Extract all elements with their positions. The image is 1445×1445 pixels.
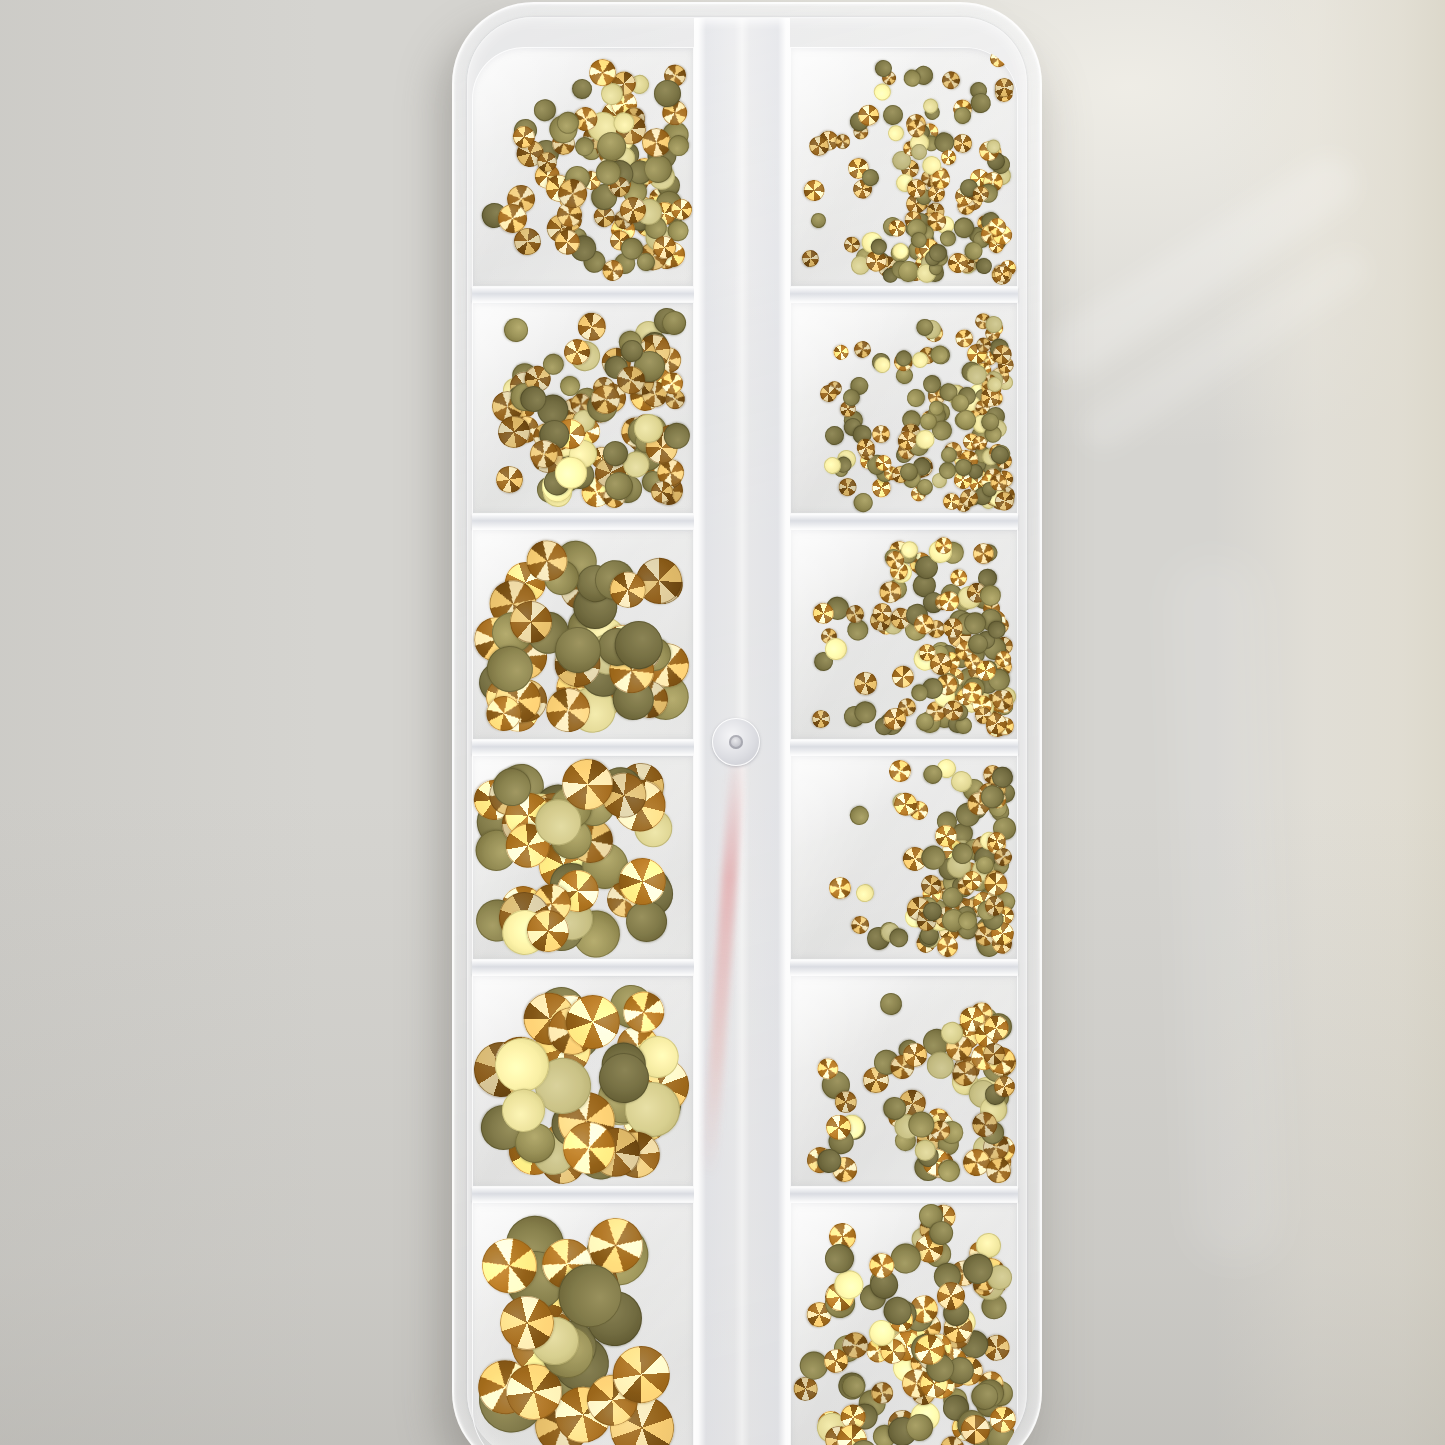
compartment-divider bbox=[472, 740, 694, 755]
rhinestone-case[interactable] bbox=[452, 2, 1042, 1445]
light-streak bbox=[1076, 243, 1375, 456]
rhinestone bbox=[905, 387, 926, 408]
rhinestone bbox=[854, 881, 876, 903]
compartment-right-1 bbox=[790, 47, 1018, 287]
rhinestone bbox=[887, 758, 913, 784]
rhinestone bbox=[911, 684, 929, 702]
rhinestone bbox=[943, 701, 963, 721]
center-screw bbox=[712, 718, 760, 766]
rhinestone bbox=[900, 463, 918, 481]
rhinestone bbox=[799, 246, 823, 270]
rhinestone bbox=[847, 804, 871, 828]
rhinestone bbox=[809, 210, 828, 229]
compartment-divider bbox=[790, 740, 1018, 755]
light-streak bbox=[1034, 146, 1365, 387]
rhinestone bbox=[939, 68, 962, 91]
rhinestone bbox=[802, 179, 825, 202]
rhinestone bbox=[878, 991, 904, 1017]
rhinestone bbox=[502, 316, 531, 345]
compartment-left-3 bbox=[472, 529, 694, 740]
compartment-divider bbox=[472, 960, 694, 975]
rhinestone bbox=[851, 916, 870, 935]
rhinestone bbox=[880, 102, 906, 128]
rhinestone bbox=[985, 896, 1005, 916]
compartment-left-4 bbox=[472, 755, 694, 960]
rhinestone bbox=[911, 352, 928, 369]
rhinestone bbox=[578, 312, 607, 341]
compartment-right-5 bbox=[790, 975, 1018, 1187]
compartment-left-5 bbox=[472, 975, 694, 1187]
rhinestone bbox=[876, 455, 892, 471]
compartment-right-6 bbox=[790, 1202, 1018, 1445]
rhinestone bbox=[819, 384, 837, 402]
rhinestone bbox=[850, 338, 874, 362]
compartment-left-2 bbox=[472, 302, 694, 514]
rhinestone bbox=[825, 872, 856, 903]
rhinestone bbox=[808, 706, 833, 731]
rhinestone bbox=[831, 342, 852, 363]
rhinestone bbox=[850, 669, 880, 699]
compartment-left-6 bbox=[472, 1202, 694, 1445]
rhinestone bbox=[493, 462, 527, 496]
compartment-divider bbox=[790, 514, 1018, 529]
reflection-streak bbox=[701, 748, 746, 1178]
compartment-divider bbox=[790, 287, 1018, 302]
rhinestone bbox=[920, 413, 937, 430]
compartment-divider bbox=[472, 1187, 694, 1202]
compartment-right-2 bbox=[790, 302, 1018, 514]
rhinestone bbox=[886, 123, 906, 143]
compartment-divider bbox=[790, 1187, 1018, 1202]
rhinestone bbox=[939, 590, 960, 611]
rhinestone bbox=[969, 539, 999, 569]
photo-stage bbox=[0, 0, 1445, 1445]
compartment-right-4 bbox=[790, 755, 1018, 960]
compartment-left-1 bbox=[472, 47, 694, 287]
compartment-divider bbox=[472, 287, 694, 302]
rhinestone bbox=[941, 447, 957, 463]
rhinestone bbox=[960, 489, 978, 507]
rhinestone bbox=[916, 430, 935, 449]
compartment-divider bbox=[790, 960, 1018, 975]
screw-hole bbox=[729, 735, 743, 749]
compartment-divider bbox=[472, 514, 694, 529]
compartment-right-3 bbox=[790, 529, 1018, 740]
light-streak bbox=[1168, 559, 1282, 1262]
